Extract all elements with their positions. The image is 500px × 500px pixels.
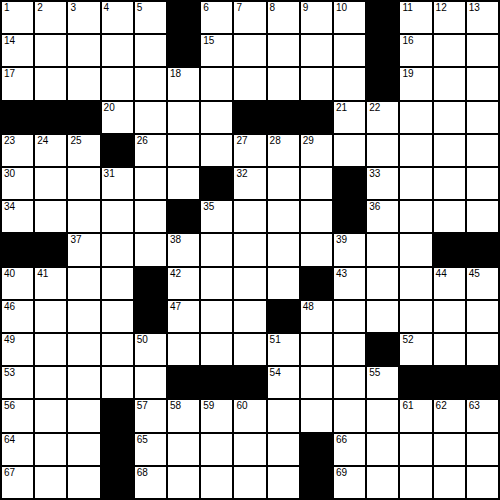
cell-r11c1[interactable]: 49	[2, 334, 33, 365]
cell-r15c8[interactable]	[234, 467, 265, 498]
cell-number-2: 2	[37, 2, 43, 14]
black-cell-r12c8	[234, 367, 265, 398]
cell-number-12: 12	[436, 2, 447, 14]
cell-number-10: 10	[336, 2, 347, 14]
black-cell-r2c12	[367, 35, 398, 66]
cell-r6c15[interactable]	[467, 168, 498, 199]
cell-r5c9[interactable]: 28	[268, 135, 299, 166]
cell-r15c11[interactable]: 69	[334, 467, 365, 498]
cell-number-4: 4	[104, 2, 110, 14]
cell-r3c8[interactable]	[234, 68, 265, 99]
cell-r11c10[interactable]	[301, 334, 332, 365]
black-cell-r15c10	[301, 467, 332, 498]
cell-r11c13[interactable]: 52	[400, 334, 431, 365]
cell-r8c3[interactable]: 37	[68, 234, 99, 265]
black-cell-r8c14	[434, 234, 465, 265]
cell-number-13: 13	[469, 2, 480, 14]
cell-r12c9[interactable]: 54	[268, 367, 299, 398]
cell-number-61: 61	[402, 400, 413, 412]
cell-number-21: 21	[336, 102, 347, 114]
black-cell-r9c10	[301, 268, 332, 299]
cell-number-65: 65	[137, 434, 148, 446]
cell-r14c11[interactable]: 66	[334, 434, 365, 465]
cell-r2c8[interactable]	[234, 35, 265, 66]
cell-r1c10[interactable]: 9	[301, 2, 332, 33]
cell-r8c6[interactable]: 38	[168, 234, 199, 265]
cell-r9c7[interactable]	[201, 268, 232, 299]
cell-r12c5[interactable]	[135, 367, 166, 398]
black-cell-r7c11	[334, 201, 365, 232]
cell-r2c13[interactable]: 16	[400, 35, 431, 66]
black-cell-r4c2	[35, 102, 66, 133]
cell-r11c4[interactable]	[102, 334, 133, 365]
cell-number-32: 32	[236, 168, 247, 180]
cell-number-29: 29	[303, 135, 314, 147]
cell-r9c9[interactable]	[268, 268, 299, 299]
black-cell-r12c14	[434, 367, 465, 398]
cell-r14c1[interactable]: 64	[2, 434, 33, 465]
cell-r5c8[interactable]: 27	[234, 135, 265, 166]
cell-r4c13[interactable]	[400, 102, 431, 133]
cell-r7c9[interactable]	[268, 201, 299, 232]
cell-r6c3[interactable]	[68, 168, 99, 199]
cell-number-27: 27	[236, 135, 247, 147]
cell-number-30: 30	[4, 168, 15, 180]
cell-r15c5[interactable]: 68	[135, 467, 166, 498]
cell-number-58: 58	[170, 400, 181, 412]
cell-r15c1[interactable]: 67	[2, 467, 33, 498]
cell-r9c3[interactable]	[68, 268, 99, 299]
cell-r4c5[interactable]	[135, 102, 166, 133]
cell-number-23: 23	[4, 135, 15, 147]
black-cell-r13c4	[102, 400, 133, 431]
cell-r6c8[interactable]: 32	[234, 168, 265, 199]
cell-r9c13[interactable]	[400, 268, 431, 299]
cell-r10c8[interactable]	[234, 301, 265, 332]
cell-number-24: 24	[37, 135, 48, 147]
cell-r10c10[interactable]: 48	[301, 301, 332, 332]
cell-r10c6[interactable]: 47	[168, 301, 199, 332]
cell-number-47: 47	[170, 301, 181, 313]
cell-r8c9[interactable]	[268, 234, 299, 265]
cell-r13c14[interactable]: 62	[434, 400, 465, 431]
cell-r9c2[interactable]: 41	[35, 268, 66, 299]
cell-r11c11[interactable]	[334, 334, 365, 365]
black-cell-r12c15	[467, 367, 498, 398]
cell-r4c12[interactable]: 22	[367, 102, 398, 133]
cell-r6c10[interactable]	[301, 168, 332, 199]
cell-r3c6[interactable]: 18	[168, 68, 199, 99]
cell-r10c13[interactable]	[400, 301, 431, 332]
cell-r13c8[interactable]: 60	[234, 400, 265, 431]
cell-r5c7[interactable]	[201, 135, 232, 166]
cell-number-20: 20	[104, 102, 115, 114]
cell-r7c3[interactable]	[68, 201, 99, 232]
cell-r8c4[interactable]	[102, 234, 133, 265]
cell-number-48: 48	[303, 301, 314, 313]
cell-r15c14[interactable]	[434, 467, 465, 498]
cell-r7c8[interactable]	[234, 201, 265, 232]
cell-r14c8[interactable]	[234, 434, 265, 465]
cell-r4c14[interactable]	[434, 102, 465, 133]
cell-r2c1[interactable]: 14	[2, 35, 33, 66]
black-cell-r7c6	[168, 201, 199, 232]
cell-r14c15[interactable]	[467, 434, 498, 465]
cell-r15c13[interactable]	[400, 467, 431, 498]
cell-r14c14[interactable]	[434, 434, 465, 465]
cell-r10c15[interactable]	[467, 301, 498, 332]
cell-number-11: 11	[402, 2, 412, 14]
cell-r5c6[interactable]	[168, 135, 199, 166]
cell-r4c4[interactable]: 20	[102, 102, 133, 133]
cell-r13c6[interactable]: 58	[168, 400, 199, 431]
cell-r3c7[interactable]	[201, 68, 232, 99]
cell-r5c2[interactable]: 24	[35, 135, 66, 166]
cell-r11c6[interactable]	[168, 334, 199, 365]
cell-number-64: 64	[4, 434, 15, 446]
cell-r10c11[interactable]	[334, 301, 365, 332]
cell-r9c1[interactable]: 40	[2, 268, 33, 299]
cell-r6c14[interactable]	[434, 168, 465, 199]
cell-r5c12[interactable]	[367, 135, 398, 166]
cell-r1c11[interactable]: 10	[334, 2, 365, 33]
cell-r2c9[interactable]	[268, 35, 299, 66]
cell-r9c14[interactable]: 44	[434, 268, 465, 299]
black-cell-r4c9	[268, 102, 299, 133]
cell-r3c4[interactable]	[102, 68, 133, 99]
cell-number-62: 62	[436, 400, 447, 412]
cell-r7c5[interactable]	[135, 201, 166, 232]
cell-r2c7[interactable]: 15	[201, 35, 232, 66]
cell-r7c2[interactable]	[35, 201, 66, 232]
cell-number-60: 60	[236, 400, 247, 412]
cell-number-53: 53	[4, 367, 15, 379]
cell-number-68: 68	[137, 467, 148, 479]
cell-r7c1[interactable]: 34	[2, 201, 33, 232]
cell-number-16: 16	[402, 35, 413, 47]
black-cell-r10c9	[268, 301, 299, 332]
cell-r10c2[interactable]	[35, 301, 66, 332]
black-cell-r9c5	[135, 268, 166, 299]
cell-r7c14[interactable]	[434, 201, 465, 232]
cell-r5c3[interactable]: 25	[68, 135, 99, 166]
cell-r15c6[interactable]	[168, 467, 199, 498]
cell-r3c9[interactable]	[268, 68, 299, 99]
cell-r2c5[interactable]	[135, 35, 166, 66]
black-cell-r10c5	[135, 301, 166, 332]
cell-r12c10[interactable]	[301, 367, 332, 398]
cell-r14c13[interactable]	[400, 434, 431, 465]
cell-r13c2[interactable]	[35, 400, 66, 431]
cell-number-66: 66	[336, 434, 347, 446]
cell-r13c7[interactable]: 59	[201, 400, 232, 431]
cell-r7c15[interactable]	[467, 201, 498, 232]
cell-r10c7[interactable]	[201, 301, 232, 332]
cell-r6c12[interactable]: 33	[367, 168, 398, 199]
cell-r6c6[interactable]	[168, 168, 199, 199]
cell-number-52: 52	[402, 334, 413, 346]
black-cell-r6c11	[334, 168, 365, 199]
cell-r5c14[interactable]	[434, 135, 465, 166]
cell-number-59: 59	[203, 400, 214, 412]
cell-r12c12[interactable]: 55	[367, 367, 398, 398]
cell-r12c2[interactable]	[35, 367, 66, 398]
black-cell-r4c1	[2, 102, 33, 133]
cell-number-55: 55	[369, 367, 380, 379]
cell-r7c12[interactable]: 36	[367, 201, 398, 232]
cell-number-5: 5	[137, 2, 143, 14]
cell-r13c11[interactable]	[334, 400, 365, 431]
cell-r9c4[interactable]	[102, 268, 133, 299]
black-cell-r6c7	[201, 168, 232, 199]
cell-r7c4[interactable]	[102, 201, 133, 232]
cell-number-18: 18	[170, 68, 181, 80]
cell-r8c11[interactable]: 39	[334, 234, 365, 265]
cell-number-43: 43	[336, 268, 347, 280]
cell-r13c12[interactable]	[367, 400, 398, 431]
cell-r5c1[interactable]: 23	[2, 135, 33, 166]
cell-number-54: 54	[270, 367, 281, 379]
cell-r14c12[interactable]	[367, 434, 398, 465]
cell-r11c15[interactable]	[467, 334, 498, 365]
black-cell-r5c4	[102, 135, 133, 166]
cell-r8c12[interactable]	[367, 234, 398, 265]
cell-r7c10[interactable]	[301, 201, 332, 232]
cell-r1c2[interactable]: 2	[35, 2, 66, 33]
cell-r13c13[interactable]: 61	[400, 400, 431, 431]
black-cell-r8c1	[2, 234, 33, 265]
cell-r9c11[interactable]: 43	[334, 268, 365, 299]
cell-r6c1[interactable]: 30	[2, 168, 33, 199]
cell-number-67: 67	[4, 467, 15, 479]
cell-r10c1[interactable]: 46	[2, 301, 33, 332]
cell-number-40: 40	[4, 268, 15, 280]
cell-r1c5[interactable]: 5	[135, 2, 166, 33]
cell-r9c6[interactable]: 42	[168, 268, 199, 299]
cell-r2c2[interactable]	[35, 35, 66, 66]
cell-r6c2[interactable]	[35, 168, 66, 199]
cell-r2c4[interactable]	[102, 35, 133, 66]
cell-r11c8[interactable]	[234, 334, 265, 365]
cell-r5c15[interactable]	[467, 135, 498, 166]
cell-number-3: 3	[70, 2, 76, 14]
cell-r14c7[interactable]	[201, 434, 232, 465]
cell-r8c7[interactable]	[201, 234, 232, 265]
cell-r1c14[interactable]: 12	[434, 2, 465, 33]
black-cell-r1c12	[367, 2, 398, 33]
cell-r13c10[interactable]	[301, 400, 332, 431]
black-cell-r1c6	[168, 2, 199, 33]
cell-r14c2[interactable]	[35, 434, 66, 465]
cell-number-9: 9	[303, 2, 309, 14]
cell-number-6: 6	[203, 2, 209, 14]
cell-r12c1[interactable]: 53	[2, 367, 33, 398]
cell-r13c1[interactable]: 56	[2, 400, 33, 431]
cell-r4c11[interactable]: 21	[334, 102, 365, 133]
cell-r15c2[interactable]	[35, 467, 66, 498]
cell-number-35: 35	[203, 201, 214, 213]
cell-number-1: 1	[4, 2, 10, 14]
cell-number-34: 34	[4, 201, 15, 213]
cell-r3c1[interactable]: 17	[2, 68, 33, 99]
cell-number-36: 36	[369, 201, 380, 213]
cell-number-14: 14	[4, 35, 15, 47]
cell-number-25: 25	[70, 135, 81, 147]
cell-r10c4[interactable]	[102, 301, 133, 332]
cell-r5c13[interactable]	[400, 135, 431, 166]
cell-number-7: 7	[236, 2, 242, 14]
cell-number-17: 17	[4, 68, 15, 80]
cell-r15c15[interactable]	[467, 467, 498, 498]
cell-number-56: 56	[4, 400, 15, 412]
cell-r11c14[interactable]	[434, 334, 465, 365]
black-cell-r4c8	[234, 102, 265, 133]
cell-number-69: 69	[336, 467, 347, 479]
cell-r8c5[interactable]	[135, 234, 166, 265]
cell-r5c10[interactable]: 29	[301, 135, 332, 166]
cell-r2c3[interactable]	[68, 35, 99, 66]
cell-r3c11[interactable]	[334, 68, 365, 99]
cell-r2c10[interactable]	[301, 35, 332, 66]
cell-r15c7[interactable]	[201, 467, 232, 498]
cell-r1c8[interactable]: 7	[234, 2, 265, 33]
cell-r11c7[interactable]	[201, 334, 232, 365]
cell-r12c4[interactable]	[102, 367, 133, 398]
black-cell-r3c12	[367, 68, 398, 99]
cell-number-46: 46	[4, 301, 15, 313]
cell-r14c3[interactable]	[68, 434, 99, 465]
cell-r15c3[interactable]	[68, 467, 99, 498]
cell-number-15: 15	[203, 35, 214, 47]
cell-r13c5[interactable]: 57	[135, 400, 166, 431]
cell-r1c3[interactable]: 3	[68, 2, 99, 33]
black-cell-r8c2	[35, 234, 66, 265]
black-cell-r4c10	[301, 102, 332, 133]
cell-r13c15[interactable]: 63	[467, 400, 498, 431]
cell-r3c5[interactable]	[135, 68, 166, 99]
cell-r15c12[interactable]	[367, 467, 398, 498]
cell-r6c4[interactable]: 31	[102, 168, 133, 199]
cell-number-28: 28	[270, 135, 281, 147]
cell-r1c7[interactable]: 6	[201, 2, 232, 33]
black-cell-r11c12	[367, 334, 398, 365]
cell-r5c11[interactable]	[334, 135, 365, 166]
cell-r3c14[interactable]	[434, 68, 465, 99]
black-cell-r12c6	[168, 367, 199, 398]
cell-r9c8[interactable]	[234, 268, 265, 299]
cell-r10c3[interactable]	[68, 301, 99, 332]
cell-r8c8[interactable]	[234, 234, 265, 265]
cell-number-37: 37	[70, 234, 81, 246]
cell-r11c3[interactable]	[68, 334, 99, 365]
cell-number-51: 51	[270, 334, 281, 346]
cell-r8c10[interactable]	[301, 234, 332, 265]
cell-r6c9[interactable]	[268, 168, 299, 199]
cell-r1c1[interactable]: 1	[2, 2, 33, 33]
cell-r6c13[interactable]	[400, 168, 431, 199]
black-cell-r4c3	[68, 102, 99, 133]
black-cell-r2c6	[168, 35, 199, 66]
cell-r5c5[interactable]: 26	[135, 135, 166, 166]
cell-r8c13[interactable]	[400, 234, 431, 265]
cell-r4c6[interactable]	[168, 102, 199, 133]
cell-r12c11[interactable]	[334, 367, 365, 398]
cell-r3c13[interactable]: 19	[400, 68, 431, 99]
black-cell-r14c10	[301, 434, 332, 465]
cell-number-42: 42	[170, 268, 181, 280]
cell-r7c7[interactable]: 35	[201, 201, 232, 232]
cell-r1c9[interactable]: 8	[268, 2, 299, 33]
cell-r13c3[interactable]	[68, 400, 99, 431]
cell-r14c9[interactable]	[268, 434, 299, 465]
black-cell-r15c4	[102, 467, 133, 498]
cell-r3c3[interactable]	[68, 68, 99, 99]
cell-r15c9[interactable]	[268, 467, 299, 498]
cell-number-50: 50	[137, 334, 148, 346]
cell-number-26: 26	[137, 135, 148, 147]
cell-r14c6[interactable]	[168, 434, 199, 465]
cell-r6c5[interactable]	[135, 168, 166, 199]
cell-number-33: 33	[369, 168, 380, 180]
cell-number-22: 22	[369, 102, 380, 114]
cell-number-38: 38	[170, 234, 181, 246]
cell-r3c2[interactable]	[35, 68, 66, 99]
cell-r11c2[interactable]	[35, 334, 66, 365]
cell-r10c14[interactable]	[434, 301, 465, 332]
cell-r2c14[interactable]	[434, 35, 465, 66]
cell-r1c15[interactable]: 13	[467, 2, 498, 33]
cell-r3c15[interactable]	[467, 68, 498, 99]
cell-number-31: 31	[104, 168, 115, 180]
cell-r1c13[interactable]: 11	[400, 2, 431, 33]
cell-r12c3[interactable]	[68, 367, 99, 398]
cell-number-49: 49	[4, 334, 15, 346]
cell-number-57: 57	[137, 400, 148, 412]
cell-number-63: 63	[469, 400, 480, 412]
black-cell-r8c15	[467, 234, 498, 265]
cell-r7c13[interactable]	[400, 201, 431, 232]
black-cell-r14c4	[102, 434, 133, 465]
cell-r1c4[interactable]: 4	[102, 2, 133, 33]
cell-r11c5[interactable]: 50	[135, 334, 166, 365]
cell-number-44: 44	[436, 268, 447, 280]
crossword-grid: 1234567891011121314151617181920212223242…	[0, 0, 500, 500]
cell-r9c15[interactable]: 45	[467, 268, 498, 299]
cell-number-45: 45	[469, 268, 480, 280]
cell-number-41: 41	[37, 268, 48, 280]
cell-r2c11[interactable]	[334, 35, 365, 66]
cell-r4c7[interactable]	[201, 102, 232, 133]
cell-r2c15[interactable]	[467, 35, 498, 66]
cell-r4c15[interactable]	[467, 102, 498, 133]
cell-r10c12[interactable]	[367, 301, 398, 332]
cell-r13c9[interactable]	[268, 400, 299, 431]
cell-number-8: 8	[270, 2, 276, 14]
cell-r9c12[interactable]	[367, 268, 398, 299]
cell-r3c10[interactable]	[301, 68, 332, 99]
cell-r14c5[interactable]: 65	[135, 434, 166, 465]
cell-number-39: 39	[336, 234, 347, 246]
black-cell-r12c13	[400, 367, 431, 398]
cell-r11c9[interactable]: 51	[268, 334, 299, 365]
black-cell-r12c7	[201, 367, 232, 398]
cell-number-19: 19	[402, 68, 413, 80]
